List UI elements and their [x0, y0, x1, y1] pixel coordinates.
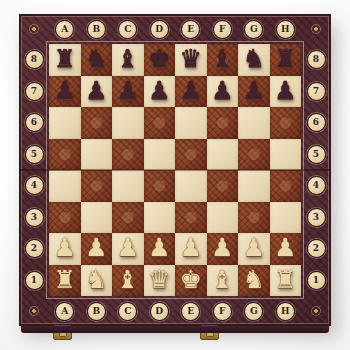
piece-black-bishop[interactable]: ♝ [117, 46, 139, 71]
square-d6[interactable] [144, 107, 176, 139]
square-e4[interactable] [175, 170, 207, 202]
piece-black-rook[interactable]: ♜ [274, 46, 296, 71]
border-corner [301, 14, 331, 44]
square-a2[interactable]: ♟ [49, 233, 81, 265]
square-b4[interactable] [81, 170, 113, 202]
piece-black-rook[interactable]: ♜ [54, 46, 76, 71]
border-label-cell: 6 [19, 107, 49, 139]
square-c3[interactable] [112, 202, 144, 234]
square-h8[interactable]: ♜ [270, 44, 302, 76]
square-f3[interactable] [207, 202, 239, 234]
piece-black-pawn[interactable]: ♟ [148, 78, 170, 103]
corner-ornament-icon [311, 306, 321, 316]
piece-black-pawn[interactable]: ♟ [243, 78, 265, 103]
border-label-cell: H [270, 14, 302, 44]
square-f6[interactable] [207, 107, 239, 139]
square-h3[interactable] [270, 202, 302, 234]
border-label-cell: 4 [19, 170, 49, 202]
file-label-top: F [213, 20, 232, 39]
piece-white-knight[interactable]: ♞ [243, 267, 265, 292]
square-f4[interactable] [207, 170, 239, 202]
rank-label-left: 3 [25, 208, 44, 227]
square-a8[interactable]: ♜ [49, 44, 81, 76]
square-g6[interactable] [238, 107, 270, 139]
brass-clasp-right [200, 325, 219, 340]
piece-white-rook[interactable]: ♜ [274, 267, 296, 292]
border-corner [19, 296, 49, 326]
square-c4[interactable] [112, 170, 144, 202]
square-d1[interactable]: ♛ [144, 265, 176, 297]
file-label-bottom: A [55, 302, 74, 321]
file-label-top: B [87, 20, 106, 39]
border-label-cell: H [270, 296, 302, 326]
rank-label-left: 8 [25, 50, 44, 69]
rank-label-left: 6 [25, 113, 44, 132]
square-d7[interactable]: ♟ [144, 76, 176, 108]
square-b2[interactable]: ♟ [81, 233, 113, 265]
border-label-cell: 2 [301, 233, 331, 265]
square-f7[interactable]: ♟ [207, 76, 239, 108]
brass-clasp-left [53, 325, 72, 340]
piece-black-queen[interactable]: ♛ [180, 46, 202, 71]
file-label-bottom: E [181, 302, 200, 321]
square-c5[interactable] [112, 139, 144, 171]
border-label-cell: 3 [19, 202, 49, 234]
piece-white-pawn[interactable]: ♟ [274, 235, 296, 260]
file-label-bottom: G [244, 302, 263, 321]
border-label-cell: 5 [301, 139, 331, 171]
square-c1[interactable]: ♝ [112, 265, 144, 297]
border-label-cell: 1 [301, 265, 331, 297]
square-h7[interactable]: ♟ [270, 76, 302, 108]
file-label-bottom: H [276, 302, 295, 321]
piece-white-pawn[interactable]: ♟ [85, 235, 107, 260]
rank-label-right: 4 [307, 176, 326, 195]
square-e3[interactable] [175, 202, 207, 234]
border-label-cell: D [144, 14, 176, 44]
border-label-cell: 8 [301, 44, 331, 76]
square-d5[interactable] [144, 139, 176, 171]
square-c2[interactable]: ♟ [112, 233, 144, 265]
square-d4[interactable] [144, 170, 176, 202]
border-label-cell: E [175, 296, 207, 326]
border-label-cell: 3 [301, 202, 331, 234]
square-b5[interactable] [81, 139, 113, 171]
square-b8[interactable]: ♞ [81, 44, 113, 76]
square-a7[interactable]: ♟ [49, 76, 81, 108]
piece-white-rook[interactable]: ♜ [54, 267, 76, 292]
border-corner [301, 296, 331, 326]
piece-white-pawn[interactable]: ♟ [117, 235, 139, 260]
piece-black-pawn[interactable]: ♟ [117, 78, 139, 103]
square-c6[interactable] [112, 107, 144, 139]
square-f5[interactable] [207, 139, 239, 171]
file-label-bottom: F [213, 302, 232, 321]
piece-black-pawn[interactable]: ♟ [274, 78, 296, 103]
file-label-bottom: B [87, 302, 106, 321]
rank-label-left: 4 [25, 176, 44, 195]
file-label-top: A [55, 20, 74, 39]
square-a1[interactable]: ♜ [49, 265, 81, 297]
square-g2[interactable]: ♟ [238, 233, 270, 265]
square-a6[interactable] [49, 107, 81, 139]
square-e7[interactable]: ♟ [175, 76, 207, 108]
piece-black-pawn[interactable]: ♟ [85, 78, 107, 103]
piece-white-bishop[interactable]: ♝ [211, 267, 233, 292]
border-label-cell: C [112, 296, 144, 326]
piece-white-bishop[interactable]: ♝ [117, 267, 139, 292]
border-label-cell: C [112, 14, 144, 44]
rank-label-left: 5 [25, 145, 44, 164]
square-h2[interactable]: ♟ [270, 233, 302, 265]
rank-label-left: 1 [25, 271, 44, 290]
square-e2[interactable]: ♟ [175, 233, 207, 265]
square-c7[interactable]: ♟ [112, 76, 144, 108]
border-label-cell: F [207, 14, 239, 44]
border-label-cell: 7 [301, 76, 331, 108]
piece-black-pawn[interactable]: ♟ [54, 78, 76, 103]
square-a5[interactable] [49, 139, 81, 171]
square-c8[interactable]: ♝ [112, 44, 144, 76]
corner-ornament-icon [311, 24, 321, 34]
border-label-cell: 4 [301, 170, 331, 202]
piece-black-bishop[interactable]: ♝ [211, 46, 233, 71]
square-f1[interactable]: ♝ [207, 265, 239, 297]
square-h6[interactable] [270, 107, 302, 139]
square-f2[interactable]: ♟ [207, 233, 239, 265]
border-label-cell: G [238, 14, 270, 44]
border-label-cell: A [49, 296, 81, 326]
border-label-cell: E [175, 14, 207, 44]
piece-black-pawn[interactable]: ♟ [180, 78, 202, 103]
border-label-cell: 7 [19, 76, 49, 108]
square-g5[interactable] [238, 139, 270, 171]
square-e8[interactable]: ♛ [175, 44, 207, 76]
file-label-bottom: D [150, 302, 169, 321]
file-label-top: E [181, 20, 200, 39]
chessboard: ABCDEFGH8♜♞♝♚♛♝♞♜87♟♟♟♟♟♟♟♟7665544332♟♟♟… [19, 14, 331, 326]
square-a4[interactable] [49, 170, 81, 202]
square-e6[interactable] [175, 107, 207, 139]
square-e1[interactable]: ♚ [175, 265, 207, 297]
square-f8[interactable]: ♝ [207, 44, 239, 76]
square-d8[interactable]: ♚ [144, 44, 176, 76]
file-label-top: D [150, 20, 169, 39]
piece-white-queen[interactable]: ♛ [148, 267, 170, 292]
square-g8[interactable]: ♞ [238, 44, 270, 76]
square-d3[interactable] [144, 202, 176, 234]
border-label-cell: 6 [301, 107, 331, 139]
square-g1[interactable]: ♞ [238, 265, 270, 297]
piece-white-king[interactable]: ♚ [180, 267, 202, 292]
rank-label-right: 8 [307, 50, 326, 69]
border-label-cell: F [207, 296, 239, 326]
file-label-bottom: C [118, 302, 137, 321]
border-label-cell: 1 [19, 265, 49, 297]
square-d2[interactable]: ♟ [144, 233, 176, 265]
product-photo-scene: ABCDEFGH8♜♞♝♚♛♝♞♜87♟♟♟♟♟♟♟♟7665544332♟♟♟… [0, 0, 350, 350]
rank-label-left: 7 [25, 82, 44, 101]
rank-label-right: 1 [307, 271, 326, 290]
rank-label-left: 2 [25, 239, 44, 258]
rank-label-right: 3 [307, 208, 326, 227]
square-g7[interactable]: ♟ [238, 76, 270, 108]
rank-label-right: 5 [307, 145, 326, 164]
piece-white-pawn[interactable]: ♟ [211, 235, 233, 260]
piece-black-knight[interactable]: ♞ [243, 46, 265, 71]
square-b1[interactable]: ♞ [81, 265, 113, 297]
piece-black-pawn[interactable]: ♟ [211, 78, 233, 103]
square-b3[interactable] [81, 202, 113, 234]
folding-chess-box: ABCDEFGH8♜♞♝♚♛♝♞♜87♟♟♟♟♟♟♟♟7665544332♟♟♟… [19, 14, 331, 326]
border-label-cell: 5 [19, 139, 49, 171]
square-g3[interactable] [238, 202, 270, 234]
piece-white-knight[interactable]: ♞ [85, 267, 107, 292]
border-label-cell: D [144, 296, 176, 326]
border-label-cell: 2 [19, 233, 49, 265]
border-label-cell: 8 [19, 44, 49, 76]
border-label-cell: A [49, 14, 81, 44]
square-h4[interactable] [270, 170, 302, 202]
piece-black-knight[interactable]: ♞ [85, 46, 107, 71]
file-label-top: C [118, 20, 137, 39]
file-label-top: H [276, 20, 295, 39]
rank-label-right: 6 [307, 113, 326, 132]
piece-white-pawn[interactable]: ♟ [54, 235, 76, 260]
square-h5[interactable] [270, 139, 302, 171]
piece-white-pawn[interactable]: ♟ [148, 235, 170, 260]
square-b6[interactable] [81, 107, 113, 139]
square-b7[interactable]: ♟ [81, 76, 113, 108]
piece-white-pawn[interactable]: ♟ [180, 235, 202, 260]
rank-label-right: 2 [307, 239, 326, 258]
piece-white-pawn[interactable]: ♟ [243, 235, 265, 260]
border-corner [19, 14, 49, 44]
square-g4[interactable] [238, 170, 270, 202]
square-h1[interactable]: ♜ [270, 265, 302, 297]
square-e5[interactable] [175, 139, 207, 171]
piece-black-king[interactable]: ♚ [148, 46, 170, 71]
rank-label-right: 7 [307, 82, 326, 101]
border-label-cell: B [81, 14, 113, 44]
corner-ornament-icon [29, 306, 39, 316]
square-a3[interactable] [49, 202, 81, 234]
file-label-top: G [244, 20, 263, 39]
border-label-cell: B [81, 296, 113, 326]
border-label-cell: G [238, 296, 270, 326]
corner-ornament-icon [29, 24, 39, 34]
